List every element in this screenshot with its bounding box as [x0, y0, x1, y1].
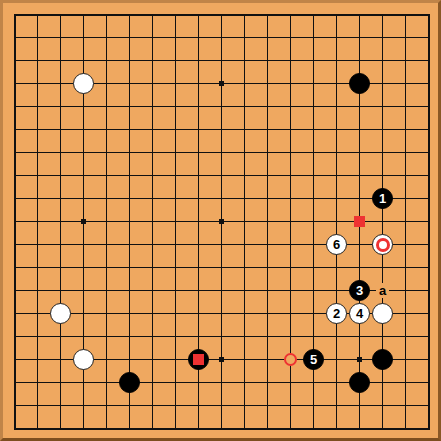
red-square-marker [354, 216, 365, 227]
stone-white: 4 [349, 303, 370, 324]
move-number-label: 3 [356, 284, 363, 297]
stone-black: 3 [349, 280, 370, 301]
move-number-label: 2 [333, 307, 340, 320]
star-point [81, 219, 86, 224]
grid-line-horizontal [14, 244, 430, 245]
go-board: a163245 [0, 0, 441, 441]
grid-line-vertical [267, 14, 268, 430]
grid-line-vertical [428, 14, 430, 430]
grid-line-horizontal [14, 336, 430, 337]
stone-black [349, 73, 370, 94]
stone-white [372, 234, 393, 255]
grid-line-vertical [244, 14, 245, 430]
stone-white: 2 [326, 303, 347, 324]
red-square-marker [193, 354, 204, 365]
stone-black [188, 349, 209, 370]
move-number-label: 1 [379, 192, 386, 205]
stone-white: 6 [326, 234, 347, 255]
move-number-label: 6 [333, 238, 340, 251]
stone-black [349, 372, 370, 393]
star-point [219, 219, 224, 224]
stone-white [372, 303, 393, 324]
point-label-a: a [376, 283, 389, 298]
grid-line-horizontal [14, 405, 430, 406]
stone-black [119, 372, 140, 393]
star-point [357, 357, 362, 362]
stone-white [73, 349, 94, 370]
red-circle-marker [284, 353, 297, 366]
grid-line-vertical [290, 14, 291, 430]
red-ring-marker [376, 238, 390, 252]
stone-white [73, 73, 94, 94]
move-number-label: 4 [356, 307, 363, 320]
stone-black: 1 [372, 188, 393, 209]
stone-black: 5 [303, 349, 324, 370]
stone-black [372, 349, 393, 370]
stone-white [50, 303, 71, 324]
star-point [219, 81, 224, 86]
grid-line-vertical [405, 14, 406, 430]
grid-line-horizontal [14, 267, 430, 268]
grid-line-vertical [336, 14, 337, 430]
star-point [219, 357, 224, 362]
move-number-label: 5 [310, 353, 317, 366]
grid-line-horizontal [14, 428, 430, 430]
